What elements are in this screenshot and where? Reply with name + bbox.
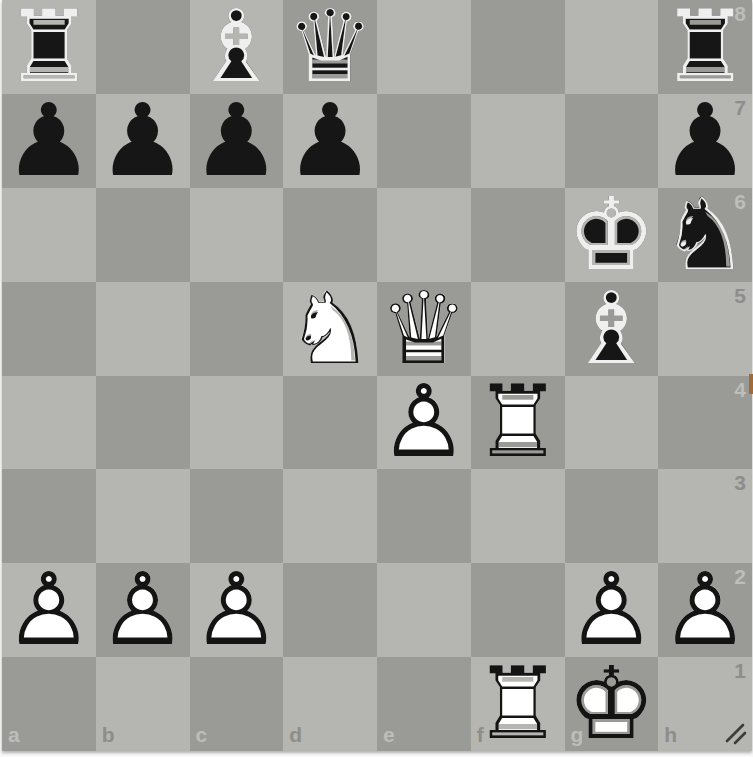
square-c5[interactable] bbox=[190, 282, 284, 376]
square-h2[interactable]: ♟♙2 bbox=[658, 563, 752, 657]
square-f6[interactable] bbox=[471, 188, 565, 282]
square-a5[interactable] bbox=[2, 282, 96, 376]
square-a7[interactable]: ♟ bbox=[2, 94, 96, 188]
piece-detail-glyph: ♖ bbox=[471, 376, 565, 470]
piece-black-knight-h6[interactable]: ♞♘ bbox=[658, 188, 752, 282]
coord-rank-3: 3 bbox=[734, 471, 746, 495]
piece-white-pawn-a2[interactable]: ♟♙ bbox=[2, 563, 96, 657]
piece-fill-glyph: ♚ bbox=[565, 188, 659, 282]
piece-fill-glyph: ♜ bbox=[658, 0, 752, 94]
square-e4[interactable]: ♟♙ bbox=[377, 376, 471, 470]
piece-fill-glyph: ♟ bbox=[377, 376, 471, 470]
piece-black-pawn-b7[interactable]: ♟ bbox=[96, 94, 190, 188]
square-d3[interactable] bbox=[283, 469, 377, 563]
piece-fill-glyph: ♝ bbox=[190, 0, 284, 94]
piece-fill-glyph: ♟ bbox=[658, 94, 752, 188]
piece-fill-glyph: ♚ bbox=[565, 657, 659, 751]
square-h7[interactable]: ♟7 bbox=[658, 94, 752, 188]
piece-fill-glyph: ♟ bbox=[190, 563, 284, 657]
coord-rank-4: 4 bbox=[734, 378, 746, 402]
chess-board-page: ♜♖♝♗♛♕♜♖8♟♟♟♟♟7♚♔♞♘6♞♘♛♕♝♗5♟♙♜♖43♟♙♟♙♟♙♟… bbox=[0, 0, 753, 757]
square-f5[interactable] bbox=[471, 282, 565, 376]
piece-detail-glyph: ♖ bbox=[471, 657, 565, 751]
piece-fill-glyph: ♟ bbox=[283, 94, 377, 188]
square-c8[interactable]: ♝♗ bbox=[190, 0, 284, 94]
chess-board: ♜♖♝♗♛♕♜♖8♟♟♟♟♟7♚♔♞♘6♞♘♛♕♝♗5♟♙♜♖43♟♙♟♙♟♙♟… bbox=[2, 0, 752, 751]
piece-fill-glyph: ♜ bbox=[2, 0, 96, 94]
piece-fill-glyph: ♟ bbox=[96, 94, 190, 188]
square-d1[interactable]: d bbox=[283, 657, 377, 751]
piece-detail-glyph: ♕ bbox=[377, 282, 471, 376]
square-g7[interactable] bbox=[565, 94, 659, 188]
square-e5[interactable]: ♛♕ bbox=[377, 282, 471, 376]
square-g3[interactable] bbox=[565, 469, 659, 563]
square-f8[interactable] bbox=[471, 0, 565, 94]
piece-fill-glyph: ♝ bbox=[565, 282, 659, 376]
piece-detail-glyph: ♗ bbox=[190, 0, 284, 94]
square-e8[interactable] bbox=[377, 0, 471, 94]
piece-white-pawn-g2[interactable]: ♟♙ bbox=[565, 563, 659, 657]
piece-detail-glyph: ♙ bbox=[190, 563, 284, 657]
coord-file-d: d bbox=[289, 723, 302, 747]
page: { "game": "chess", "position": { "fen": … bbox=[0, 0, 753, 757]
piece-fill-glyph: ♟ bbox=[658, 563, 752, 657]
square-c2[interactable]: ♟♙ bbox=[190, 563, 284, 657]
piece-white-rook-f1[interactable]: ♜♖ bbox=[471, 657, 565, 751]
square-e6[interactable] bbox=[377, 188, 471, 282]
piece-white-knight-d5[interactable]: ♞♘ bbox=[283, 282, 377, 376]
square-b5[interactable] bbox=[96, 282, 190, 376]
piece-fill-glyph: ♟ bbox=[2, 94, 96, 188]
square-g8[interactable] bbox=[565, 0, 659, 94]
square-a3[interactable] bbox=[2, 469, 96, 563]
square-b4[interactable] bbox=[96, 376, 190, 470]
piece-detail-glyph: ♖ bbox=[658, 0, 752, 94]
piece-white-queen-e5[interactable]: ♛♕ bbox=[377, 282, 471, 376]
coord-file-b: b bbox=[102, 723, 115, 747]
square-g2[interactable]: ♟♙ bbox=[565, 563, 659, 657]
square-f1[interactable]: ♜♖f bbox=[471, 657, 565, 751]
piece-black-pawn-a7[interactable]: ♟ bbox=[2, 94, 96, 188]
piece-detail-glyph: ♔ bbox=[565, 657, 659, 751]
piece-detail-glyph: ♙ bbox=[2, 563, 96, 657]
piece-fill-glyph: ♟ bbox=[2, 563, 96, 657]
piece-fill-glyph: ♜ bbox=[471, 376, 565, 470]
square-g5[interactable]: ♝♗ bbox=[565, 282, 659, 376]
square-a8[interactable]: ♜♖ bbox=[2, 0, 96, 94]
piece-white-rook-f4[interactable]: ♜♖ bbox=[471, 376, 565, 470]
piece-white-pawn-e4[interactable]: ♟♙ bbox=[377, 376, 471, 470]
piece-fill-glyph: ♟ bbox=[190, 94, 284, 188]
piece-black-bishop-g5[interactable]: ♝♗ bbox=[565, 282, 659, 376]
coord-file-a: a bbox=[8, 723, 20, 747]
piece-detail-glyph: ♙ bbox=[377, 376, 471, 470]
piece-black-pawn-h7[interactable]: ♟ bbox=[658, 94, 752, 188]
square-f7[interactable] bbox=[471, 94, 565, 188]
piece-detail-glyph: ♙ bbox=[565, 563, 659, 657]
piece-fill-glyph: ♛ bbox=[283, 0, 377, 94]
square-c1[interactable]: c bbox=[190, 657, 284, 751]
piece-detail-glyph: ♕ bbox=[283, 0, 377, 94]
square-g6[interactable]: ♚♔ bbox=[565, 188, 659, 282]
piece-detail-glyph: ♖ bbox=[2, 0, 96, 94]
square-e2[interactable] bbox=[377, 563, 471, 657]
square-d2[interactable] bbox=[283, 563, 377, 657]
square-d8[interactable]: ♛♕ bbox=[283, 0, 377, 94]
square-b7[interactable]: ♟ bbox=[96, 94, 190, 188]
square-h4[interactable]: 4 bbox=[658, 376, 752, 470]
square-h8[interactable]: ♜♖8 bbox=[658, 0, 752, 94]
square-h3[interactable]: 3 bbox=[658, 469, 752, 563]
square-f3[interactable] bbox=[471, 469, 565, 563]
piece-fill-glyph: ♜ bbox=[471, 657, 565, 751]
square-a2[interactable]: ♟♙ bbox=[2, 563, 96, 657]
square-b2[interactable]: ♟♙ bbox=[96, 563, 190, 657]
piece-detail-glyph: ♘ bbox=[658, 188, 752, 282]
square-h6[interactable]: ♞♘6 bbox=[658, 188, 752, 282]
square-d7[interactable]: ♟ bbox=[283, 94, 377, 188]
square-e7[interactable] bbox=[377, 94, 471, 188]
piece-fill-glyph: ♞ bbox=[283, 282, 377, 376]
square-b6[interactable] bbox=[96, 188, 190, 282]
coord-rank-1: 1 bbox=[734, 659, 746, 683]
piece-detail-glyph: ♘ bbox=[283, 282, 377, 376]
piece-black-pawn-c7[interactable]: ♟ bbox=[190, 94, 284, 188]
square-h5[interactable]: 5 bbox=[658, 282, 752, 376]
square-g4[interactable] bbox=[565, 376, 659, 470]
square-g1[interactable]: ♚♔g bbox=[565, 657, 659, 751]
square-c7[interactable]: ♟ bbox=[190, 94, 284, 188]
square-e3[interactable] bbox=[377, 469, 471, 563]
piece-black-pawn-d7[interactable]: ♟ bbox=[283, 94, 377, 188]
board-resize-handle-icon[interactable] bbox=[724, 722, 748, 746]
coord-file-c: c bbox=[196, 723, 208, 747]
square-f2[interactable] bbox=[471, 563, 565, 657]
square-d4[interactable] bbox=[283, 376, 377, 470]
coord-rank-5: 5 bbox=[734, 284, 746, 308]
coord-file-e: e bbox=[383, 723, 395, 747]
piece-white-pawn-b2[interactable]: ♟♙ bbox=[96, 563, 190, 657]
piece-white-king-g1[interactable]: ♚♔ bbox=[565, 657, 659, 751]
square-d6[interactable] bbox=[283, 188, 377, 282]
coord-file-h: h bbox=[664, 723, 677, 747]
piece-detail-glyph: ♙ bbox=[96, 563, 190, 657]
edge-marker bbox=[749, 374, 753, 394]
square-a1[interactable]: a bbox=[2, 657, 96, 751]
piece-black-queen-d8[interactable]: ♛♕ bbox=[283, 0, 377, 94]
piece-detail-glyph: ♙ bbox=[658, 563, 752, 657]
square-b8[interactable] bbox=[96, 0, 190, 94]
square-b3[interactable] bbox=[96, 469, 190, 563]
piece-black-rook-h8[interactable]: ♜♖ bbox=[658, 0, 752, 94]
piece-white-pawn-c2[interactable]: ♟♙ bbox=[190, 563, 284, 657]
piece-fill-glyph: ♛ bbox=[377, 282, 471, 376]
piece-white-pawn-h2[interactable]: ♟♙ bbox=[658, 563, 752, 657]
piece-black-bishop-c8[interactable]: ♝♗ bbox=[190, 0, 284, 94]
square-c3[interactable] bbox=[190, 469, 284, 563]
square-a6[interactable] bbox=[2, 188, 96, 282]
square-c4[interactable] bbox=[190, 376, 284, 470]
square-f4[interactable]: ♜♖ bbox=[471, 376, 565, 470]
square-b1[interactable]: b bbox=[96, 657, 190, 751]
square-e1[interactable]: e bbox=[377, 657, 471, 751]
piece-black-rook-a8[interactable]: ♜♖ bbox=[2, 0, 96, 94]
square-a4[interactable] bbox=[2, 376, 96, 470]
piece-fill-glyph: ♟ bbox=[565, 563, 659, 657]
square-c6[interactable] bbox=[190, 188, 284, 282]
piece-fill-glyph: ♟ bbox=[96, 563, 190, 657]
piece-detail-glyph: ♗ bbox=[565, 282, 659, 376]
piece-fill-glyph: ♞ bbox=[658, 188, 752, 282]
square-d5[interactable]: ♞♘ bbox=[283, 282, 377, 376]
piece-detail-glyph: ♔ bbox=[565, 188, 659, 282]
piece-black-king-g6[interactable]: ♚♔ bbox=[565, 188, 659, 282]
